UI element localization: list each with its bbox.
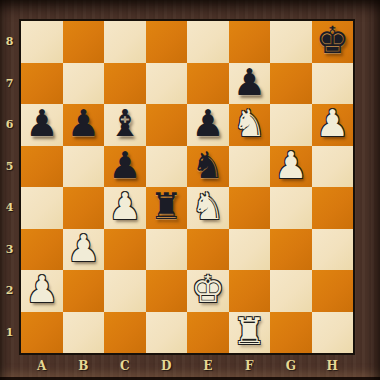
white-rook-icon: ♜ <box>233 311 266 353</box>
square-h8[interactable]: ♚ <box>312 21 354 63</box>
square-h4[interactable] <box>312 187 354 229</box>
square-d4[interactable]: ♜ <box>146 187 188 229</box>
square-e5[interactable]: ♞ <box>187 146 229 188</box>
square-a5[interactable] <box>21 146 63 188</box>
chess-board: ♚♟♟♟♝♟♞♟♟♞♟♟♜♞♟♟♚♜ <box>19 19 355 355</box>
square-h3[interactable] <box>312 229 354 271</box>
white-pawn-icon: ♟ <box>108 186 141 228</box>
square-g2[interactable] <box>270 270 312 312</box>
square-a7[interactable] <box>21 63 63 105</box>
rank-labels: 87654321 <box>0 21 19 353</box>
square-g3[interactable] <box>270 229 312 271</box>
square-e6[interactable]: ♟ <box>187 104 229 146</box>
square-a8[interactable] <box>21 21 63 63</box>
rank-label-4: 4 <box>0 187 19 229</box>
white-king-icon: ♚ <box>191 269 224 311</box>
square-b3[interactable]: ♟ <box>63 229 105 271</box>
square-d3[interactable] <box>146 229 188 271</box>
square-f5[interactable] <box>229 146 271 188</box>
square-g1[interactable] <box>270 312 312 354</box>
file-label-c: C <box>104 354 146 377</box>
square-b4[interactable] <box>63 187 105 229</box>
black-pawn-icon: ♟ <box>108 145 141 187</box>
square-a6[interactable]: ♟ <box>21 104 63 146</box>
square-c6[interactable]: ♝ <box>104 104 146 146</box>
square-c1[interactable] <box>104 312 146 354</box>
square-a3[interactable] <box>21 229 63 271</box>
black-pawn-icon: ♟ <box>191 103 224 145</box>
square-c3[interactable] <box>104 229 146 271</box>
square-g5[interactable]: ♟ <box>270 146 312 188</box>
white-pawn-icon: ♟ <box>274 145 307 187</box>
white-knight-icon: ♞ <box>191 186 224 228</box>
rank-label-7: 7 <box>0 63 19 105</box>
rank-label-2: 2 <box>0 270 19 312</box>
square-f3[interactable] <box>229 229 271 271</box>
rank-label-5: 5 <box>0 146 19 188</box>
square-b2[interactable] <box>63 270 105 312</box>
square-d1[interactable] <box>146 312 188 354</box>
square-h7[interactable] <box>312 63 354 105</box>
square-d6[interactable] <box>146 104 188 146</box>
square-a2[interactable]: ♟ <box>21 270 63 312</box>
square-b8[interactable] <box>63 21 105 63</box>
white-pawn-icon: ♟ <box>316 103 349 145</box>
square-d2[interactable] <box>146 270 188 312</box>
square-e8[interactable] <box>187 21 229 63</box>
square-c8[interactable] <box>104 21 146 63</box>
square-f6[interactable]: ♞ <box>229 104 271 146</box>
file-label-d: D <box>146 354 188 377</box>
square-h5[interactable] <box>312 146 354 188</box>
square-g8[interactable] <box>270 21 312 63</box>
square-e3[interactable] <box>187 229 229 271</box>
black-knight-icon: ♞ <box>191 145 224 187</box>
board-frame: 87654321 ♚♟♟♟♝♟♞♟♟♞♟♟♜♞♟♟♚♜ ABCDEFGH <box>0 0 380 380</box>
black-bishop-icon: ♝ <box>108 103 141 145</box>
square-g7[interactable] <box>270 63 312 105</box>
square-d8[interactable] <box>146 21 188 63</box>
square-a1[interactable] <box>21 312 63 354</box>
square-c4[interactable]: ♟ <box>104 187 146 229</box>
file-label-f: F <box>229 354 271 377</box>
black-pawn-icon: ♟ <box>67 103 100 145</box>
black-pawn-icon: ♟ <box>25 103 58 145</box>
white-knight-icon: ♞ <box>233 103 266 145</box>
rank-label-6: 6 <box>0 104 19 146</box>
square-e2[interactable]: ♚ <box>187 270 229 312</box>
square-g6[interactable] <box>270 104 312 146</box>
file-label-e: E <box>187 354 229 377</box>
square-b7[interactable] <box>63 63 105 105</box>
square-f8[interactable] <box>229 21 271 63</box>
square-e1[interactable] <box>187 312 229 354</box>
black-king-icon: ♚ <box>316 20 349 62</box>
file-label-h: H <box>312 354 354 377</box>
square-f2[interactable] <box>229 270 271 312</box>
square-c5[interactable]: ♟ <box>104 146 146 188</box>
square-h2[interactable] <box>312 270 354 312</box>
file-label-b: B <box>63 354 105 377</box>
white-pawn-icon: ♟ <box>25 269 58 311</box>
square-c7[interactable] <box>104 63 146 105</box>
square-e4[interactable]: ♞ <box>187 187 229 229</box>
square-c2[interactable] <box>104 270 146 312</box>
rank-label-1: 1 <box>0 312 19 354</box>
white-pawn-icon: ♟ <box>67 228 100 270</box>
file-label-a: A <box>21 354 63 377</box>
square-g4[interactable] <box>270 187 312 229</box>
rank-label-3: 3 <box>0 229 19 271</box>
file-label-g: G <box>270 354 312 377</box>
square-f4[interactable] <box>229 187 271 229</box>
square-f7[interactable]: ♟ <box>229 63 271 105</box>
black-rook-icon: ♜ <box>150 186 183 228</box>
black-pawn-icon: ♟ <box>233 62 266 104</box>
square-h6[interactable]: ♟ <box>312 104 354 146</box>
square-b6[interactable]: ♟ <box>63 104 105 146</box>
rank-label-8: 8 <box>0 21 19 63</box>
square-d7[interactable] <box>146 63 188 105</box>
square-d5[interactable] <box>146 146 188 188</box>
file-labels: ABCDEFGH <box>21 354 353 377</box>
square-h1[interactable] <box>312 312 354 354</box>
square-e7[interactable] <box>187 63 229 105</box>
square-a4[interactable] <box>21 187 63 229</box>
square-f1[interactable]: ♜ <box>229 312 271 354</box>
square-b1[interactable] <box>63 312 105 354</box>
square-b5[interactable] <box>63 146 105 188</box>
